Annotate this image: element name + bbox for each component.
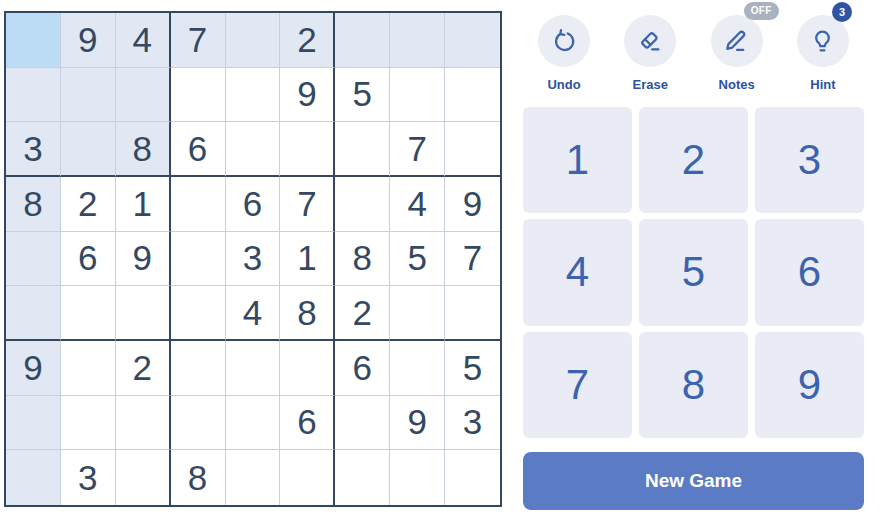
cell-r1c1[interactable]	[6, 13, 61, 68]
cell-r3c8[interactable]: 7	[390, 122, 445, 177]
cell-r2c3[interactable]	[116, 68, 171, 123]
cell-r5c6[interactable]: 1	[280, 232, 335, 287]
notes-button[interactable]: OFF Notes	[700, 15, 774, 92]
cell-r6c5[interactable]: 4	[226, 286, 281, 341]
cell-r5c2[interactable]: 6	[61, 232, 116, 287]
cell-r9c8[interactable]	[390, 450, 445, 505]
cell-r6c1[interactable]	[6, 286, 61, 341]
pencil-icon	[723, 28, 750, 55]
cell-r3c7[interactable]	[335, 122, 390, 177]
numpad-key-5[interactable]: 5	[639, 219, 748, 325]
cell-r4c5[interactable]: 6	[226, 177, 281, 232]
cell-r4c2[interactable]: 2	[61, 177, 116, 232]
cell-r8c3[interactable]	[116, 396, 171, 451]
cell-r5c4[interactable]	[171, 232, 226, 287]
cell-r1c6[interactable]: 2	[280, 13, 335, 68]
cell-r9c6[interactable]	[280, 450, 335, 505]
cell-r9c3[interactable]	[116, 450, 171, 505]
undo-icon	[551, 28, 578, 55]
cell-r7c8[interactable]	[390, 341, 445, 396]
toolbar: Undo Erase	[523, 15, 864, 92]
cell-r4c3[interactable]: 1	[116, 177, 171, 232]
sudoku-app: 947295386782167496931857482926569338 Und…	[0, 0, 879, 518]
hint-count-badge: 3	[832, 2, 852, 22]
cell-r5c3[interactable]: 9	[116, 232, 171, 287]
cell-r4c1[interactable]: 8	[6, 177, 61, 232]
sudoku-board: 947295386782167496931857482926569338	[4, 11, 502, 507]
cell-r8c4[interactable]	[171, 396, 226, 451]
cell-r6c7[interactable]: 2	[335, 286, 390, 341]
cell-r2c4[interactable]	[171, 68, 226, 123]
cell-r7c2[interactable]	[61, 341, 116, 396]
cell-r7c4[interactable]	[171, 341, 226, 396]
cell-r1c3[interactable]: 4	[116, 13, 171, 68]
numpad-key-2[interactable]: 2	[639, 107, 748, 213]
cell-r3c6[interactable]	[280, 122, 335, 177]
hint-label: Hint	[810, 77, 835, 92]
undo-label: Undo	[547, 77, 580, 92]
cell-r8c1[interactable]	[6, 396, 61, 451]
lightbulb-icon	[809, 28, 836, 55]
cell-r2c7[interactable]: 5	[335, 68, 390, 123]
cell-r9c2[interactable]: 3	[61, 450, 116, 505]
cell-r4c6[interactable]: 7	[280, 177, 335, 232]
cell-r8c7[interactable]	[335, 396, 390, 451]
erase-circle	[624, 15, 676, 67]
new-game-button[interactable]: New Game	[523, 452, 864, 510]
numpad-key-6[interactable]: 6	[755, 219, 864, 325]
cell-r2c2[interactable]	[61, 68, 116, 123]
cell-r9c9[interactable]	[445, 450, 500, 505]
numpad-key-1[interactable]: 1	[523, 107, 632, 213]
cell-r9c5[interactable]	[226, 450, 281, 505]
cell-r8c5[interactable]	[226, 396, 281, 451]
cell-r8c6[interactable]: 6	[280, 396, 335, 451]
cell-r6c4[interactable]	[171, 286, 226, 341]
cell-r2c5[interactable]	[226, 68, 281, 123]
cell-r2c1[interactable]	[6, 68, 61, 123]
cell-r1c9[interactable]	[445, 13, 500, 68]
numpad-key-9[interactable]: 9	[755, 332, 864, 438]
cell-r9c1[interactable]	[6, 450, 61, 505]
notes-circle: OFF	[711, 15, 763, 67]
cell-r2c9[interactable]	[445, 68, 500, 123]
cell-r1c7[interactable]	[335, 13, 390, 68]
cell-r4c9[interactable]: 9	[445, 177, 500, 232]
cell-r7c1[interactable]: 9	[6, 341, 61, 396]
notes-label: Notes	[719, 77, 755, 92]
cell-r5c7[interactable]: 8	[335, 232, 390, 287]
notes-off-badge: OFF	[744, 2, 779, 20]
cell-r1c2[interactable]: 9	[61, 13, 116, 68]
numpad-key-8[interactable]: 8	[639, 332, 748, 438]
numpad-key-7[interactable]: 7	[523, 332, 632, 438]
cell-r3c4[interactable]: 6	[171, 122, 226, 177]
cell-r5c1[interactable]	[6, 232, 61, 287]
cell-r4c7[interactable]	[335, 177, 390, 232]
erase-label: Erase	[633, 77, 668, 92]
cell-r6c8[interactable]	[390, 286, 445, 341]
cell-r7c3[interactable]: 2	[116, 341, 171, 396]
cell-r8c2[interactable]	[61, 396, 116, 451]
numpad-key-4[interactable]: 4	[523, 219, 632, 325]
cell-r3c1[interactable]: 3	[6, 122, 61, 177]
hint-button[interactable]: 3 Hint	[786, 15, 860, 92]
cell-r7c6[interactable]	[280, 341, 335, 396]
cell-r5c9[interactable]: 7	[445, 232, 500, 287]
cell-r2c6[interactable]: 9	[280, 68, 335, 123]
cell-r6c2[interactable]	[61, 286, 116, 341]
cell-r3c3[interactable]: 8	[116, 122, 171, 177]
numpad: 123456789	[523, 107, 864, 438]
cell-r5c5[interactable]: 3	[226, 232, 281, 287]
cell-r9c7[interactable]	[335, 450, 390, 505]
hint-circle: 3	[797, 15, 849, 67]
cell-r1c4[interactable]: 7	[171, 13, 226, 68]
cell-r7c9[interactable]: 5	[445, 341, 500, 396]
cell-r3c9[interactable]	[445, 122, 500, 177]
cell-r6c3[interactable]	[116, 286, 171, 341]
cell-r9c4[interactable]: 8	[171, 450, 226, 505]
cell-r6c6[interactable]: 8	[280, 286, 335, 341]
cell-r6c9[interactable]	[445, 286, 500, 341]
undo-circle	[538, 15, 590, 67]
cell-r1c5[interactable]	[226, 13, 281, 68]
cell-r2c8[interactable]	[390, 68, 445, 123]
erase-button[interactable]: Erase	[613, 15, 687, 92]
cell-r8c9[interactable]: 3	[445, 396, 500, 451]
cell-r3c5[interactable]	[226, 122, 281, 177]
cell-r4c8[interactable]: 4	[390, 177, 445, 232]
cell-r5c8[interactable]: 5	[390, 232, 445, 287]
cell-r4c4[interactable]	[171, 177, 226, 232]
undo-button[interactable]: Undo	[527, 15, 601, 92]
cell-r7c7[interactable]: 6	[335, 341, 390, 396]
eraser-icon	[637, 28, 664, 55]
cell-r8c8[interactable]: 9	[390, 396, 445, 451]
cell-r1c8[interactable]	[390, 13, 445, 68]
control-panel: Undo Erase	[523, 0, 864, 518]
cell-r3c2[interactable]	[61, 122, 116, 177]
cell-r7c5[interactable]	[226, 341, 281, 396]
numpad-key-3[interactable]: 3	[755, 107, 864, 213]
